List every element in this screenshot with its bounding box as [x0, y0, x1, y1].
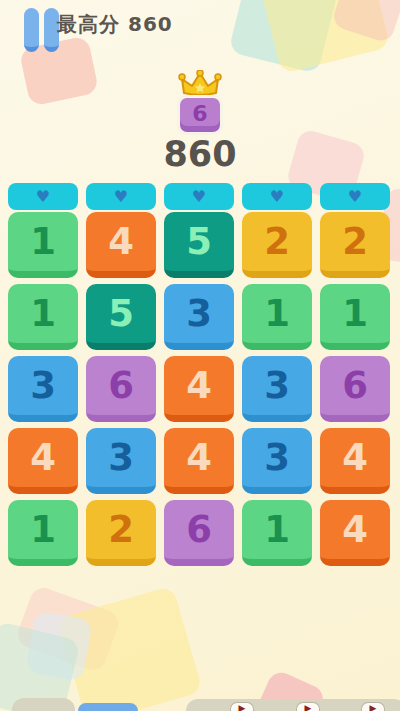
heart-icon: ♥: [270, 189, 284, 205]
tile-4[interactable]: 4: [86, 212, 156, 278]
heart-icon: ♥: [36, 189, 50, 205]
heart-icon: ♥: [192, 189, 206, 205]
current-score: 860: [0, 134, 400, 174]
play-icon: ▶: [370, 703, 377, 711]
tile-3[interactable]: 3: [242, 428, 312, 494]
heart-slot: ♥: [242, 183, 312, 210]
record-tile-value: 6: [192, 101, 207, 126]
tile-3[interactable]: 3: [8, 356, 78, 422]
tile-4[interactable]: 4: [320, 500, 390, 566]
play-icon: ▶: [305, 703, 312, 711]
board-grid: 1452215311364364343412614: [8, 212, 390, 566]
tile-6[interactable]: 6: [86, 356, 156, 422]
tile-1[interactable]: 1: [8, 500, 78, 566]
tile-1[interactable]: 1: [320, 284, 390, 350]
best-score: 最高分 860: [57, 11, 173, 38]
tile-2[interactable]: 2: [242, 212, 312, 278]
record-tile: 6: [177, 95, 223, 135]
tile-1[interactable]: 1: [242, 500, 312, 566]
tile-4[interactable]: 4: [164, 356, 234, 422]
tile-2[interactable]: 2: [86, 500, 156, 566]
heart-slot: ♥: [8, 183, 78, 210]
crown-icon: [178, 70, 222, 97]
heart-slot: ♥: [320, 183, 390, 210]
tile-2[interactable]: 2: [320, 212, 390, 278]
best-score-value: 860: [128, 12, 173, 36]
tile-1[interactable]: 1: [8, 284, 78, 350]
tile-4[interactable]: 4: [8, 428, 78, 494]
heart-icon: ♥: [348, 189, 362, 205]
play-button[interactable]: ▶: [361, 702, 385, 711]
pause-icon: [24, 8, 39, 52]
tile-4[interactable]: 4: [164, 428, 234, 494]
bottom-right-toolbar: ▶▶▶: [186, 699, 400, 711]
tile-3[interactable]: 3: [242, 356, 312, 422]
play-button[interactable]: ▶: [230, 702, 254, 711]
tile-6[interactable]: 6: [164, 500, 234, 566]
tile-3[interactable]: 3: [164, 284, 234, 350]
tile-5[interactable]: 5: [164, 212, 234, 278]
tile-6[interactable]: 6: [320, 356, 390, 422]
pause-button[interactable]: [24, 8, 59, 52]
tile-3[interactable]: 3: [86, 428, 156, 494]
tile-1[interactable]: 1: [8, 212, 78, 278]
bottom-blue-button[interactable]: [78, 703, 138, 711]
tile-1[interactable]: 1: [242, 284, 312, 350]
bottom-left-panel[interactable]: [12, 698, 75, 711]
tile-4[interactable]: 4: [320, 428, 390, 494]
play-button[interactable]: ▶: [296, 702, 320, 711]
hearts-row: ♥♥♥♥♥: [8, 183, 390, 210]
play-icon: ▶: [239, 703, 246, 711]
heart-icon: ♥: [114, 189, 128, 205]
game-screen: 最高分 860 6 860 ♥♥♥♥♥ 14522153113643643434…: [0, 0, 400, 711]
heart-slot: ♥: [86, 183, 156, 210]
best-score-label: 最高分: [57, 12, 120, 36]
tile-5[interactable]: 5: [86, 284, 156, 350]
heart-slot: ♥: [164, 183, 234, 210]
